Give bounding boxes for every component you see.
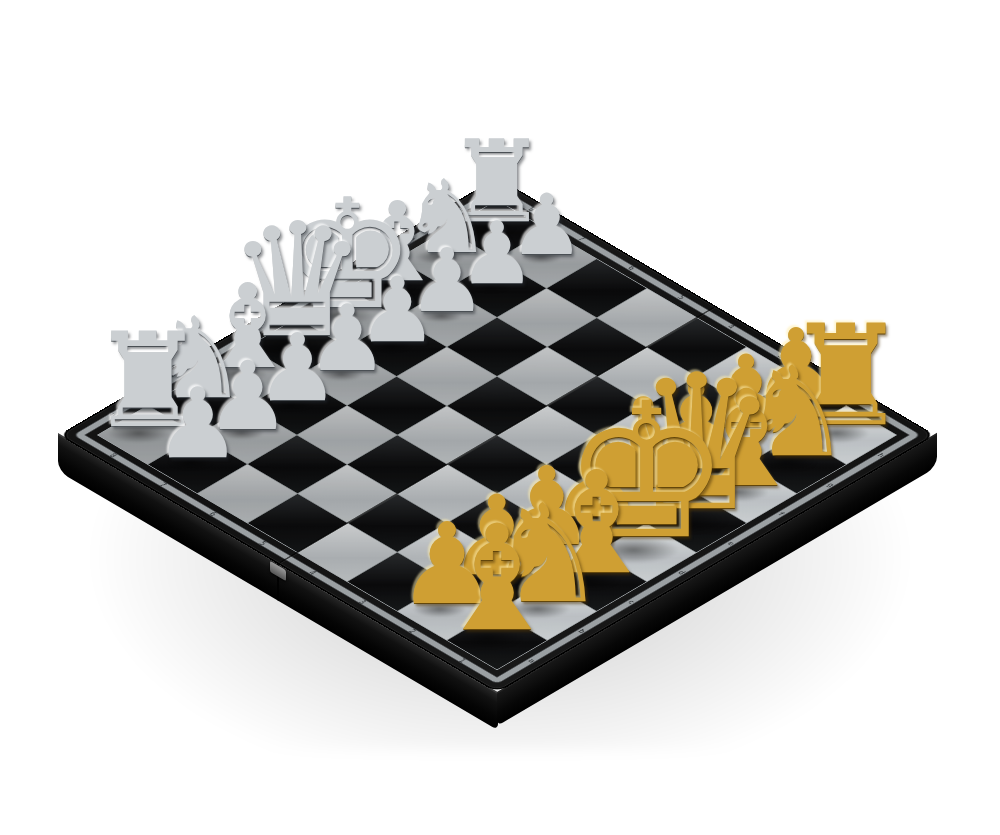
piece-gold-bishop-a1: ♝ [432,506,563,652]
piece-silver-pawn-a7: ♟ [154,376,241,473]
piece-layer: ♜♞♟♝♟♚♟♛♟♝♟♞♟♟♜♟♟♜♟♟♞♟♝♟♛♟♚♟♝♟♞♝ [0,0,1000,835]
scene: 8877665544332211hhggffeeddccbbaa ♜♞♟♝♟♚♟… [0,0,1000,835]
